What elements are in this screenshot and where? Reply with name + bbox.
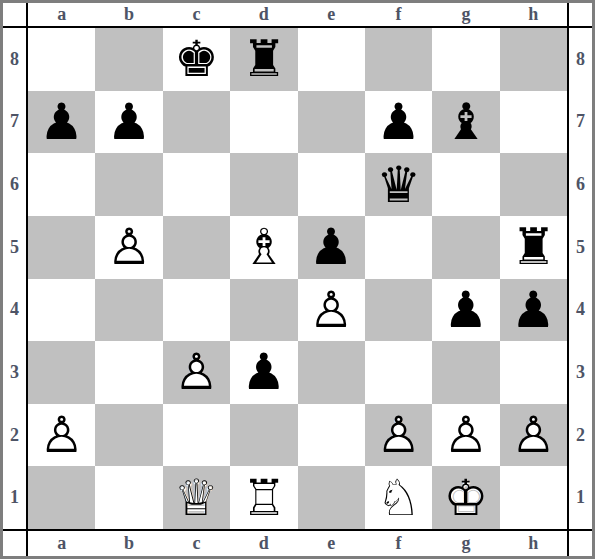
square-g4[interactable]: ♟ xyxy=(432,279,499,342)
white-knight-glyph: ♘ xyxy=(376,469,421,527)
white-king-icon[interactable]: ♚♔ xyxy=(444,473,489,523)
square-a5[interactable] xyxy=(28,216,95,279)
file-label-bottom-g: g xyxy=(432,531,499,556)
square-g6[interactable] xyxy=(432,153,499,216)
white-pawn-icon[interactable]: ♟♙ xyxy=(511,410,556,460)
square-c4[interactable] xyxy=(163,279,230,342)
square-a6[interactable] xyxy=(28,153,95,216)
white-pawn-glyph: ♙ xyxy=(39,406,84,464)
white-pawn-glyph: ♙ xyxy=(376,406,421,464)
file-label-top-b: b xyxy=(95,3,162,26)
rank-label-left-5: 5 xyxy=(3,216,26,279)
rank-label-left-1: 1 xyxy=(3,466,26,529)
black-pawn-icon[interactable]: ♟ xyxy=(107,97,152,147)
white-pawn-icon[interactable]: ♟♙ xyxy=(309,285,354,335)
black-king-icon[interactable]: ♚ xyxy=(174,34,219,84)
black-king-glyph: ♚ xyxy=(174,30,219,88)
square-f2[interactable]: ♟♙ xyxy=(365,404,432,467)
square-d2[interactable] xyxy=(230,404,297,467)
square-d1[interactable]: ♜♖ xyxy=(230,466,297,529)
rank-label-left-6: 6 xyxy=(3,153,26,216)
square-a2[interactable]: ♟♙ xyxy=(28,404,95,467)
file-label-bottom-a: a xyxy=(28,531,95,556)
square-b4[interactable] xyxy=(95,279,162,342)
corner-top-left xyxy=(3,3,26,26)
black-queen-icon[interactable]: ♛ xyxy=(376,160,421,210)
corner-bottom-right xyxy=(569,531,592,556)
black-pawn-icon[interactable]: ♟ xyxy=(444,285,489,335)
square-a4[interactable] xyxy=(28,279,95,342)
black-bishop-icon[interactable]: ♝ xyxy=(444,97,489,147)
square-d8[interactable]: ♜ xyxy=(230,28,297,91)
black-rook-icon[interactable]: ♜ xyxy=(511,222,556,272)
square-a8[interactable] xyxy=(28,28,95,91)
white-pawn-icon[interactable]: ♟♙ xyxy=(376,410,421,460)
square-h4[interactable]: ♟ xyxy=(500,279,567,342)
square-c2[interactable] xyxy=(163,404,230,467)
square-c1[interactable]: ♛♕ xyxy=(163,466,230,529)
black-pawn-icon[interactable]: ♟ xyxy=(241,347,286,397)
file-labels-bottom: abcdefgh xyxy=(26,531,569,556)
square-e5[interactable]: ♟ xyxy=(298,216,365,279)
black-rook-glyph: ♜ xyxy=(511,218,556,276)
black-pawn-icon[interactable]: ♟ xyxy=(309,222,354,272)
file-label-bottom-e: e xyxy=(298,531,365,556)
rank-label-left-8: 8 xyxy=(3,28,26,91)
square-f8[interactable] xyxy=(365,28,432,91)
square-e8[interactable] xyxy=(298,28,365,91)
rank-label-right-2: 2 xyxy=(569,404,592,467)
file-label-top-d: d xyxy=(230,3,297,26)
square-h8[interactable] xyxy=(500,28,567,91)
rank-label-right-5: 5 xyxy=(569,216,592,279)
square-c5[interactable] xyxy=(163,216,230,279)
white-pawn-icon[interactable]: ♟♙ xyxy=(174,347,219,397)
square-d4[interactable] xyxy=(230,279,297,342)
corner-top-right xyxy=(569,3,592,26)
white-pawn-glyph: ♙ xyxy=(174,343,219,401)
file-labels-top: abcdefgh xyxy=(26,3,569,26)
white-pawn-icon[interactable]: ♟♙ xyxy=(107,222,152,272)
white-pawn-glyph: ♙ xyxy=(444,406,489,464)
file-label-bottom-c: c xyxy=(163,531,230,556)
square-g2[interactable]: ♟♙ xyxy=(432,404,499,467)
square-e4[interactable]: ♟♙ xyxy=(298,279,365,342)
black-rook-glyph: ♜ xyxy=(241,30,286,88)
rank-label-left-3: 3 xyxy=(3,341,26,404)
black-pawn-icon[interactable]: ♟ xyxy=(376,97,421,147)
chess-diagram: abcdefgh 87654321 ♚♜♟♟♟♝♛♟♙♝♗♟♜♟♙♟♟♟♙♟♟♙… xyxy=(0,0,595,559)
white-pawn-glyph: ♙ xyxy=(309,281,354,339)
file-label-bottom-h: h xyxy=(500,531,567,556)
square-f3[interactable] xyxy=(365,341,432,404)
chess-board: ♚♜♟♟♟♝♛♟♙♝♗♟♜♟♙♟♟♟♙♟♟♙♟♙♟♙♟♙♛♕♜♖♞♘♚♔ xyxy=(26,26,569,531)
square-d7[interactable] xyxy=(230,91,297,154)
square-d6[interactable] xyxy=(230,153,297,216)
rank-label-left-7: 7 xyxy=(3,91,26,154)
black-pawn-icon[interactable]: ♟ xyxy=(511,285,556,335)
white-pawn-glyph: ♙ xyxy=(511,406,556,464)
corner-bottom-left xyxy=(3,531,26,556)
square-b5[interactable]: ♟♙ xyxy=(95,216,162,279)
white-pawn-icon[interactable]: ♟♙ xyxy=(444,410,489,460)
black-rook-icon[interactable]: ♜ xyxy=(241,34,286,84)
square-g7[interactable]: ♝ xyxy=(432,91,499,154)
white-bishop-glyph: ♗ xyxy=(241,218,286,276)
file-label-top-g: g xyxy=(432,3,499,26)
square-a1[interactable] xyxy=(28,466,95,529)
square-h1[interactable] xyxy=(500,466,567,529)
file-label-bottom-d: d xyxy=(230,531,297,556)
file-label-top-a: a xyxy=(28,3,95,26)
white-rook-icon[interactable]: ♜♖ xyxy=(241,473,286,523)
black-pawn-icon[interactable]: ♟ xyxy=(39,97,84,147)
square-e6[interactable] xyxy=(298,153,365,216)
square-b3[interactable] xyxy=(95,341,162,404)
square-f6[interactable]: ♛ xyxy=(365,153,432,216)
square-a7[interactable]: ♟ xyxy=(28,91,95,154)
file-label-top-f: f xyxy=(365,3,432,26)
file-label-top-c: c xyxy=(163,3,230,26)
white-queen-icon[interactable]: ♛♕ xyxy=(174,473,219,523)
black-pawn-glyph: ♟ xyxy=(376,93,421,151)
square-b1[interactable] xyxy=(95,466,162,529)
square-g1[interactable]: ♚♔ xyxy=(432,466,499,529)
file-label-bottom-f: f xyxy=(365,531,432,556)
square-e1[interactable] xyxy=(298,466,365,529)
square-d5[interactable]: ♝♗ xyxy=(230,216,297,279)
square-f5[interactable] xyxy=(365,216,432,279)
black-pawn-glyph: ♟ xyxy=(444,281,489,339)
square-c8[interactable]: ♚ xyxy=(163,28,230,91)
board-layout: abcdefgh 87654321 ♚♜♟♟♟♝♛♟♙♝♗♟♜♟♙♟♟♟♙♟♟♙… xyxy=(3,3,592,556)
rank-labels-left: 87654321 xyxy=(3,26,26,531)
rank-labels-right: 87654321 xyxy=(569,26,592,531)
square-b7[interactable]: ♟ xyxy=(95,91,162,154)
square-f7[interactable]: ♟ xyxy=(365,91,432,154)
black-pawn-glyph: ♟ xyxy=(241,343,286,401)
black-pawn-glyph: ♟ xyxy=(309,218,354,276)
square-h7[interactable] xyxy=(500,91,567,154)
black-pawn-glyph: ♟ xyxy=(511,281,556,339)
rank-label-right-1: 1 xyxy=(569,466,592,529)
square-h5[interactable]: ♜ xyxy=(500,216,567,279)
white-rook-glyph: ♖ xyxy=(241,469,286,527)
rank-label-right-3: 3 xyxy=(569,341,592,404)
square-e3[interactable] xyxy=(298,341,365,404)
rank-label-left-4: 4 xyxy=(3,279,26,342)
square-h2[interactable]: ♟♙ xyxy=(500,404,567,467)
square-b6[interactable] xyxy=(95,153,162,216)
square-h3[interactable] xyxy=(500,341,567,404)
rank-label-left-2: 2 xyxy=(3,404,26,467)
white-king-glyph: ♔ xyxy=(444,469,489,527)
white-queen-glyph: ♕ xyxy=(174,469,219,527)
file-label-top-h: h xyxy=(500,3,567,26)
white-knight-icon[interactable]: ♞♘ xyxy=(376,473,421,523)
rank-label-right-7: 7 xyxy=(569,91,592,154)
square-e2[interactable] xyxy=(298,404,365,467)
square-f4[interactable] xyxy=(365,279,432,342)
square-c6[interactable] xyxy=(163,153,230,216)
square-b2[interactable] xyxy=(95,404,162,467)
square-d3[interactable]: ♟ xyxy=(230,341,297,404)
square-g3[interactable] xyxy=(432,341,499,404)
file-label-bottom-b: b xyxy=(95,531,162,556)
square-g5[interactable] xyxy=(432,216,499,279)
black-bishop-glyph: ♝ xyxy=(444,93,489,151)
square-a3[interactable] xyxy=(28,341,95,404)
rank-label-right-4: 4 xyxy=(569,279,592,342)
square-f1[interactable]: ♞♘ xyxy=(365,466,432,529)
white-bishop-icon[interactable]: ♝♗ xyxy=(241,222,286,272)
black-queen-glyph: ♛ xyxy=(376,156,421,214)
black-pawn-glyph: ♟ xyxy=(107,93,152,151)
square-c3[interactable]: ♟♙ xyxy=(163,341,230,404)
square-b8[interactable] xyxy=(95,28,162,91)
white-pawn-icon[interactable]: ♟♙ xyxy=(39,410,84,460)
file-label-top-e: e xyxy=(298,3,365,26)
square-c7[interactable] xyxy=(163,91,230,154)
square-h6[interactable] xyxy=(500,153,567,216)
square-g8[interactable] xyxy=(432,28,499,91)
rank-label-right-8: 8 xyxy=(569,28,592,91)
square-e7[interactable] xyxy=(298,91,365,154)
rank-label-right-6: 6 xyxy=(569,153,592,216)
black-pawn-glyph: ♟ xyxy=(39,93,84,151)
white-pawn-glyph: ♙ xyxy=(107,218,152,276)
